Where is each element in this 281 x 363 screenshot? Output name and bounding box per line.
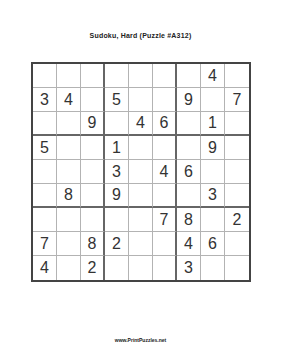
cell-r4c7-empty[interactable] — [177, 136, 201, 160]
cell-r3c9-empty[interactable] — [225, 112, 249, 136]
cell-r1c3-empty[interactable] — [81, 64, 105, 88]
cell-r3c1-empty[interactable] — [33, 112, 57, 136]
cell-r2c1-given-3[interactable]: 3 — [33, 88, 57, 112]
cell-r6c7-empty[interactable] — [177, 184, 201, 208]
cell-r9c3-given-2[interactable]: 2 — [81, 256, 105, 280]
cell-r2c2-given-4[interactable]: 4 — [57, 88, 81, 112]
cell-r5c6-given-4[interactable]: 4 — [153, 160, 177, 184]
cell-r9c2-empty[interactable] — [57, 256, 81, 280]
cell-r3c8-given-1[interactable]: 1 — [201, 112, 225, 136]
cell-r9c1-given-4[interactable]: 4 — [33, 256, 57, 280]
cell-r5c7-given-6[interactable]: 6 — [177, 160, 201, 184]
cell-r6c3-empty[interactable] — [81, 184, 105, 208]
cell-r4c8-given-9[interactable]: 9 — [201, 136, 225, 160]
cell-r4c5-empty[interactable] — [129, 136, 153, 160]
cell-r8c7-given-4[interactable]: 4 — [177, 232, 201, 256]
cell-r3c6-given-6[interactable]: 6 — [153, 112, 177, 136]
cell-r8c6-empty[interactable] — [153, 232, 177, 256]
cell-r8c5-empty[interactable] — [129, 232, 153, 256]
cell-r5c4-given-3[interactable]: 3 — [105, 160, 129, 184]
cell-r8c8-given-6[interactable]: 6 — [201, 232, 225, 256]
cell-r3c5-given-4[interactable]: 4 — [129, 112, 153, 136]
cell-r7c6-given-7[interactable]: 7 — [153, 208, 177, 232]
cell-r3c3-given-9[interactable]: 9 — [81, 112, 105, 136]
cell-r4c9-empty[interactable] — [225, 136, 249, 160]
cell-r9c4-empty[interactable] — [105, 256, 129, 280]
cell-r4c1-given-5[interactable]: 5 — [33, 136, 57, 160]
cell-r8c1-given-7[interactable]: 7 — [33, 232, 57, 256]
cell-r1c1-empty[interactable] — [33, 64, 57, 88]
cell-r6c5-empty[interactable] — [129, 184, 153, 208]
cell-r3c7-empty[interactable] — [177, 112, 201, 136]
puzzle-title: Sudoku, Hard (Puzzle #A312) — [0, 32, 281, 39]
cell-r7c4-empty[interactable] — [105, 208, 129, 232]
cell-r6c6-empty[interactable] — [153, 184, 177, 208]
cell-r7c7-given-8[interactable]: 8 — [177, 208, 201, 232]
cell-r2c7-given-9[interactable]: 9 — [177, 88, 201, 112]
cell-r6c1-empty[interactable] — [33, 184, 57, 208]
cell-r2c9-given-7[interactable]: 7 — [225, 88, 249, 112]
cell-r7c3-empty[interactable] — [81, 208, 105, 232]
cell-r7c5-empty[interactable] — [129, 208, 153, 232]
cell-r9c9-empty[interactable] — [225, 256, 249, 280]
cell-r7c8-empty[interactable] — [201, 208, 225, 232]
cell-r6c9-empty[interactable] — [225, 184, 249, 208]
cell-r1c5-empty[interactable] — [129, 64, 153, 88]
cell-r3c4-empty[interactable] — [105, 112, 129, 136]
cell-r1c4-empty[interactable] — [105, 64, 129, 88]
cell-r9c8-empty[interactable] — [201, 256, 225, 280]
cell-r1c6-empty[interactable] — [153, 64, 177, 88]
cell-r9c5-empty[interactable] — [129, 256, 153, 280]
sudoku-grid: 434597946151934689378278246423 — [31, 62, 251, 282]
cell-r5c8-empty[interactable] — [201, 160, 225, 184]
cell-r6c4-given-9[interactable]: 9 — [105, 184, 129, 208]
cell-r4c2-empty[interactable] — [57, 136, 81, 160]
cell-r3c2-empty[interactable] — [57, 112, 81, 136]
cell-r2c5-empty[interactable] — [129, 88, 153, 112]
cell-r2c4-given-5[interactable]: 5 — [105, 88, 129, 112]
cell-r9c6-empty[interactable] — [153, 256, 177, 280]
cell-r4c6-empty[interactable] — [153, 136, 177, 160]
cell-r7c2-empty[interactable] — [57, 208, 81, 232]
cell-r4c4-given-1[interactable]: 1 — [105, 136, 129, 160]
cell-r7c1-empty[interactable] — [33, 208, 57, 232]
cell-r1c2-empty[interactable] — [57, 64, 81, 88]
cell-r5c9-empty[interactable] — [225, 160, 249, 184]
cell-r1c9-empty[interactable] — [225, 64, 249, 88]
cell-r5c1-empty[interactable] — [33, 160, 57, 184]
cell-r5c2-empty[interactable] — [57, 160, 81, 184]
cell-r8c4-given-2[interactable]: 2 — [105, 232, 129, 256]
cell-r5c3-empty[interactable] — [81, 160, 105, 184]
footer-url: www.PrintPuzzles.net — [0, 337, 281, 343]
cell-r2c8-empty[interactable] — [201, 88, 225, 112]
cell-r8c9-empty[interactable] — [225, 232, 249, 256]
cell-r1c8-given-4[interactable]: 4 — [201, 64, 225, 88]
cell-r2c6-empty[interactable] — [153, 88, 177, 112]
cell-r4c3-empty[interactable] — [81, 136, 105, 160]
cell-r5c5-empty[interactable] — [129, 160, 153, 184]
puzzle-page: Sudoku, Hard (Puzzle #A312) 434597946151… — [0, 0, 281, 363]
cell-r7c9-given-2[interactable]: 2 — [225, 208, 249, 232]
cell-r6c8-given-3[interactable]: 3 — [201, 184, 225, 208]
cell-r8c3-given-8[interactable]: 8 — [81, 232, 105, 256]
cell-r1c7-empty[interactable] — [177, 64, 201, 88]
cell-r9c7-given-3[interactable]: 3 — [177, 256, 201, 280]
cell-r8c2-empty[interactable] — [57, 232, 81, 256]
cell-r6c2-given-8[interactable]: 8 — [57, 184, 81, 208]
cell-r2c3-empty[interactable] — [81, 88, 105, 112]
